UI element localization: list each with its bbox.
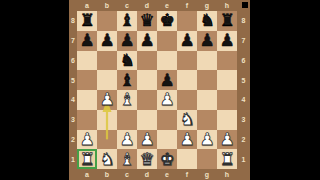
square-e5[interactable]: ♟: [157, 70, 177, 90]
piece-white-rook[interactable]: ♜: [219, 151, 234, 168]
square-b6[interactable]: [97, 51, 117, 71]
square-c6[interactable]: ♞: [117, 51, 137, 71]
square-b3[interactable]: [97, 110, 117, 130]
piece-white-pawn[interactable]: ♟: [79, 131, 94, 148]
file-label: h: [217, 0, 237, 11]
piece-black-pawn[interactable]: ♟: [139, 32, 154, 49]
square-h3[interactable]: [217, 110, 237, 130]
square-a3[interactable]: [77, 110, 97, 130]
square-b5[interactable]: [97, 70, 117, 90]
square-g1[interactable]: [197, 149, 217, 169]
file-label: h: [217, 169, 237, 180]
piece-black-queen[interactable]: ♛: [139, 12, 154, 29]
square-d8[interactable]: ♛: [137, 11, 157, 31]
file-label: a: [77, 169, 97, 180]
rank-labels-left: 87654321: [69, 11, 77, 169]
square-b2[interactable]: [97, 130, 117, 150]
chess-board-frame: abcdefgh 87654321 ♜♝♛♚♞♜♟♟♟♟♟♟♟♞♝♟♟♝♟♞♟♟…: [69, 0, 250, 180]
rank-label: 8: [69, 11, 77, 31]
file-label: g: [197, 169, 217, 180]
file-label: g: [197, 0, 217, 11]
piece-white-bishop[interactable]: ♝: [119, 151, 134, 168]
piece-white-rook[interactable]: ♜: [79, 151, 94, 168]
file-labels-bottom: abcdefgh: [77, 169, 237, 180]
piece-black-king[interactable]: ♚: [159, 12, 174, 29]
piece-black-pawn[interactable]: ♟: [199, 32, 214, 49]
square-h7[interactable]: ♟: [217, 31, 237, 51]
square-a1[interactable]: ♜: [77, 149, 97, 169]
square-e1[interactable]: ♚: [157, 149, 177, 169]
square-f8[interactable]: [177, 11, 197, 31]
square-f4[interactable]: [177, 90, 197, 110]
square-c8[interactable]: ♝: [117, 11, 137, 31]
chess-board: ♜♝♛♚♞♜♟♟♟♟♟♟♟♞♝♟♟♝♟♞♟♟♟♟♟♟♜♞♝♛♚♜: [77, 11, 237, 169]
square-d7[interactable]: ♟: [137, 31, 157, 51]
rank-label: 7: [69, 31, 77, 51]
piece-black-knight[interactable]: ♞: [199, 12, 214, 29]
piece-white-knight[interactable]: ♞: [99, 151, 114, 168]
file-label: e: [157, 169, 177, 180]
square-e3[interactable]: [157, 110, 177, 130]
rank-label: 2: [237, 130, 250, 150]
square-f5[interactable]: [177, 70, 197, 90]
square-c7[interactable]: ♟: [117, 31, 137, 51]
file-label: d: [137, 0, 157, 11]
piece-white-pawn[interactable]: ♟: [159, 91, 174, 108]
rank-label: 7: [237, 31, 250, 51]
file-label: b: [97, 0, 117, 11]
file-label: c: [117, 0, 137, 11]
square-e7[interactable]: [157, 31, 177, 51]
piece-white-pawn[interactable]: ♟: [199, 131, 214, 148]
piece-black-knight[interactable]: ♞: [119, 52, 134, 69]
rank-label: 4: [237, 90, 250, 110]
square-f3[interactable]: ♞: [177, 110, 197, 130]
square-f6[interactable]: [177, 51, 197, 71]
piece-black-pawn[interactable]: ♟: [79, 32, 94, 49]
square-a2[interactable]: ♟: [77, 130, 97, 150]
piece-black-pawn[interactable]: ♟: [119, 32, 134, 49]
piece-black-pawn[interactable]: ♟: [99, 32, 114, 49]
rank-label: 1: [237, 149, 250, 169]
square-b7[interactable]: ♟: [97, 31, 117, 51]
video-frame: abcdefgh 87654321 ♜♝♛♚♞♜♟♟♟♟♟♟♟♞♝♟♟♝♟♞♟♟…: [0, 0, 320, 180]
square-h6[interactable]: [217, 51, 237, 71]
square-e6[interactable]: [157, 51, 177, 71]
square-a7[interactable]: ♟: [77, 31, 97, 51]
square-b8[interactable]: [97, 11, 117, 31]
square-a4[interactable]: [77, 90, 97, 110]
piece-white-pawn[interactable]: ♟: [179, 131, 194, 148]
square-d2[interactable]: ♟: [137, 130, 157, 150]
piece-white-pawn[interactable]: ♟: [219, 131, 234, 148]
square-g8[interactable]: ♞: [197, 11, 217, 31]
square-c1[interactable]: ♝: [117, 149, 137, 169]
square-a6[interactable]: [77, 51, 97, 71]
square-d6[interactable]: [137, 51, 157, 71]
rank-label: 4: [69, 90, 77, 110]
square-d4[interactable]: [137, 90, 157, 110]
rank-label: 5: [69, 70, 77, 90]
piece-white-knight[interactable]: ♞: [179, 111, 194, 128]
piece-white-pawn[interactable]: ♟: [119, 131, 134, 148]
square-b4[interactable]: ♟: [97, 90, 117, 110]
file-label: b: [97, 169, 117, 180]
square-e8[interactable]: ♚: [157, 11, 177, 31]
file-label: c: [117, 169, 137, 180]
square-d3[interactable]: [137, 110, 157, 130]
square-h1[interactable]: ♜: [217, 149, 237, 169]
piece-white-queen[interactable]: ♛: [139, 151, 154, 168]
rank-label: 1: [69, 149, 77, 169]
rank-labels-right: 87654321: [237, 11, 250, 169]
file-label: a: [77, 0, 97, 11]
rank-label: 3: [69, 110, 77, 130]
piece-white-king[interactable]: ♚: [159, 151, 174, 168]
piece-black-pawn[interactable]: ♟: [219, 32, 234, 49]
square-c3[interactable]: [117, 110, 137, 130]
square-d5[interactable]: [137, 70, 157, 90]
piece-black-bishop[interactable]: ♝: [119, 12, 134, 29]
square-g2[interactable]: ♟: [197, 130, 217, 150]
file-label: e: [157, 0, 177, 11]
square-h5[interactable]: [217, 70, 237, 90]
square-h4[interactable]: [217, 90, 237, 110]
piece-white-pawn[interactable]: ♟: [99, 91, 114, 108]
square-f2[interactable]: ♟: [177, 130, 197, 150]
square-g5[interactable]: [197, 70, 217, 90]
rank-label: 5: [237, 70, 250, 90]
rank-label: 8: [237, 11, 250, 31]
square-g4[interactable]: [197, 90, 217, 110]
square-d1[interactable]: ♛: [137, 149, 157, 169]
square-c2[interactable]: ♟: [117, 130, 137, 150]
square-g7[interactable]: ♟: [197, 31, 217, 51]
piece-white-bishop[interactable]: ♝: [119, 91, 134, 108]
rank-label: 6: [69, 51, 77, 71]
square-e4[interactable]: ♟: [157, 90, 177, 110]
file-label: f: [177, 169, 197, 180]
square-h2[interactable]: ♟: [217, 130, 237, 150]
rank-label: 3: [237, 110, 250, 130]
square-g6[interactable]: [197, 51, 217, 71]
rank-label: 6: [237, 51, 250, 71]
square-c4[interactable]: ♝: [117, 90, 137, 110]
square-h8[interactable]: ♜: [217, 11, 237, 31]
square-f1[interactable]: [177, 149, 197, 169]
square-a5[interactable]: [77, 70, 97, 90]
file-labels-top: abcdefgh: [77, 0, 237, 11]
corner-marker-icon: [242, 2, 248, 8]
piece-black-bishop[interactable]: ♝: [119, 72, 134, 89]
piece-black-rook[interactable]: ♜: [219, 12, 234, 29]
rank-label: 2: [69, 130, 77, 150]
piece-white-pawn[interactable]: ♟: [139, 131, 154, 148]
square-a8[interactable]: ♜: [77, 11, 97, 31]
piece-black-pawn[interactable]: ♟: [159, 72, 174, 89]
square-b1[interactable]: ♞: [97, 149, 117, 169]
square-c5[interactable]: ♝: [117, 70, 137, 90]
square-e2[interactable]: [157, 130, 177, 150]
square-g3[interactable]: [197, 110, 217, 130]
file-label: d: [137, 169, 157, 180]
file-label: f: [177, 0, 197, 11]
square-f7[interactable]: ♟: [177, 31, 197, 51]
piece-black-rook[interactable]: ♜: [79, 12, 94, 29]
piece-black-pawn[interactable]: ♟: [179, 32, 194, 49]
